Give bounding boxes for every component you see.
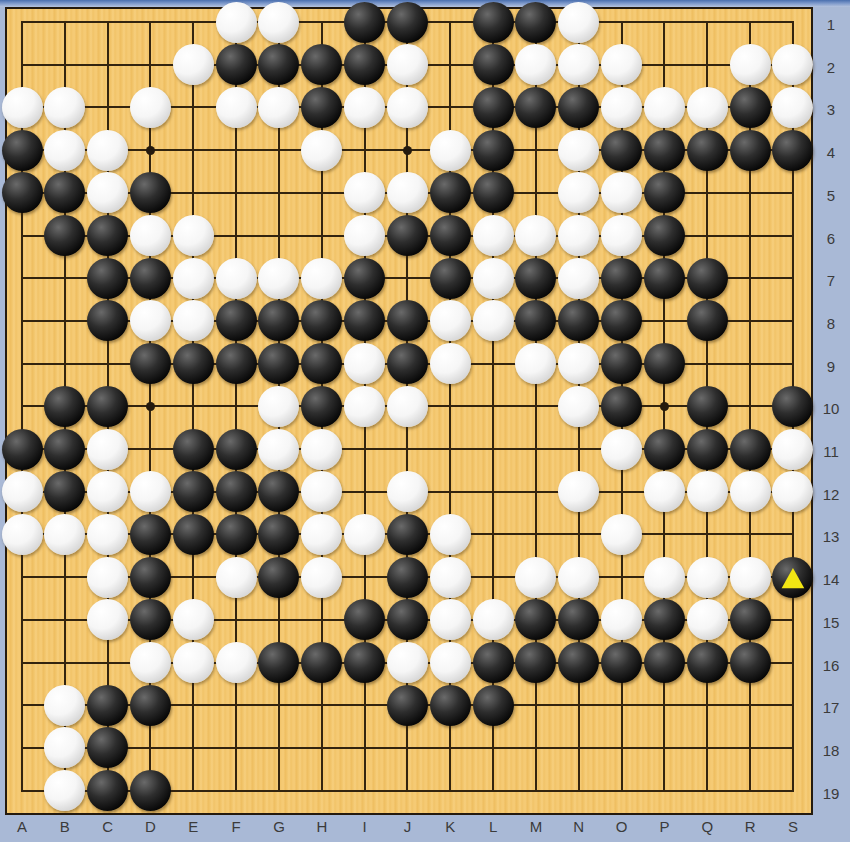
- stone-M14: [515, 557, 556, 598]
- stone-G11: [258, 429, 299, 470]
- stone-D7: [130, 258, 171, 299]
- stone-R4: [730, 130, 771, 171]
- stone-B17: [44, 685, 85, 726]
- stone-D14: [130, 557, 171, 598]
- stone-G1: [258, 2, 299, 43]
- go-app-window: ABCDEFGHIJKLMNOPQRS123456789101112131415…: [0, 0, 850, 842]
- stone-O6: [601, 215, 642, 256]
- stone-C14: [87, 557, 128, 598]
- stone-D19: [130, 770, 171, 811]
- stone-P5: [644, 172, 685, 213]
- stone-E16: [173, 642, 214, 683]
- stone-A3: [2, 87, 43, 128]
- stone-J1: [387, 2, 428, 43]
- stone-Q4: [687, 130, 728, 171]
- row-label-11: 11: [817, 444, 845, 460]
- stone-P12: [644, 471, 685, 512]
- window-top-edge: [0, 0, 850, 7]
- column-label-A: A: [11, 819, 33, 835]
- stone-J3: [387, 87, 428, 128]
- column-label-L: L: [482, 819, 504, 835]
- stone-D17: [130, 685, 171, 726]
- star-point: [146, 402, 155, 411]
- stone-H7: [301, 258, 342, 299]
- stone-R16: [730, 642, 771, 683]
- stone-A4: [2, 130, 43, 171]
- stone-E6: [173, 215, 214, 256]
- stone-R11: [730, 429, 771, 470]
- stone-N4: [558, 130, 599, 171]
- star-point: [660, 402, 669, 411]
- stone-J10: [387, 386, 428, 427]
- column-label-G: G: [268, 819, 290, 835]
- column-label-E: E: [182, 819, 204, 835]
- stone-Q11: [687, 429, 728, 470]
- stone-S10: [772, 386, 813, 427]
- stone-A5: [2, 172, 43, 213]
- stone-Q10: [687, 386, 728, 427]
- column-label-R: R: [739, 819, 761, 835]
- stone-P4: [644, 130, 685, 171]
- stone-H16: [301, 642, 342, 683]
- stone-G10: [258, 386, 299, 427]
- stone-H11: [301, 429, 342, 470]
- stone-E15: [173, 599, 214, 640]
- stone-Q3: [687, 87, 728, 128]
- column-label-J: J: [396, 819, 418, 835]
- row-label-3: 3: [817, 102, 845, 118]
- stone-P3: [644, 87, 685, 128]
- stone-L3: [473, 87, 514, 128]
- stone-O11: [601, 429, 642, 470]
- stone-K16: [430, 642, 471, 683]
- stone-A12: [2, 471, 43, 512]
- stone-E11: [173, 429, 214, 470]
- row-label-4: 4: [817, 145, 845, 161]
- row-label-9: 9: [817, 359, 845, 375]
- stone-F1: [216, 2, 257, 43]
- stone-K17: [430, 685, 471, 726]
- stone-D15: [130, 599, 171, 640]
- stone-O13: [601, 514, 642, 555]
- stone-E12: [173, 471, 214, 512]
- stone-A13: [2, 514, 43, 555]
- stone-K5: [430, 172, 471, 213]
- stone-H14: [301, 557, 342, 598]
- stone-I9: [344, 343, 385, 384]
- stone-J14: [387, 557, 428, 598]
- stone-E7: [173, 258, 214, 299]
- stone-D13: [130, 514, 171, 555]
- stone-I16: [344, 642, 385, 683]
- stone-D12: [130, 471, 171, 512]
- stone-C6: [87, 215, 128, 256]
- stone-P11: [644, 429, 685, 470]
- stone-F11: [216, 429, 257, 470]
- row-label-10: 10: [817, 401, 845, 417]
- row-label-13: 13: [817, 529, 845, 545]
- stone-C4: [87, 130, 128, 171]
- stone-D16: [130, 642, 171, 683]
- stone-Q12: [687, 471, 728, 512]
- stone-P15: [644, 599, 685, 640]
- stone-K15: [430, 599, 471, 640]
- stone-I1: [344, 2, 385, 43]
- stone-Q16: [687, 642, 728, 683]
- stone-O10: [601, 386, 642, 427]
- row-label-17: 17: [817, 700, 845, 716]
- stone-M1: [515, 2, 556, 43]
- stone-K9: [430, 343, 471, 384]
- stone-K8: [430, 300, 471, 341]
- stone-P16: [644, 642, 685, 683]
- column-label-F: F: [225, 819, 247, 835]
- stone-N6: [558, 215, 599, 256]
- stone-F14: [216, 557, 257, 598]
- stone-S11: [772, 429, 813, 470]
- stone-R15: [730, 599, 771, 640]
- stone-M7: [515, 258, 556, 299]
- stone-K13: [430, 514, 471, 555]
- stone-J17: [387, 685, 428, 726]
- stone-P6: [644, 215, 685, 256]
- stone-P7: [644, 258, 685, 299]
- stone-L8: [473, 300, 514, 341]
- column-label-P: P: [653, 819, 675, 835]
- stone-E9: [173, 343, 214, 384]
- stone-S4: [772, 130, 813, 171]
- column-label-S: S: [782, 819, 804, 835]
- column-label-N: N: [568, 819, 590, 835]
- stone-C19: [87, 770, 128, 811]
- stone-J5: [387, 172, 428, 213]
- stone-L5: [473, 172, 514, 213]
- stone-Q7: [687, 258, 728, 299]
- stone-K4: [430, 130, 471, 171]
- row-label-1: 1: [817, 17, 845, 33]
- row-label-8: 8: [817, 316, 845, 332]
- stone-H3: [301, 87, 342, 128]
- column-label-C: C: [97, 819, 119, 835]
- stone-I7: [344, 258, 385, 299]
- stone-C17: [87, 685, 128, 726]
- stone-D3: [130, 87, 171, 128]
- stone-E8: [173, 300, 214, 341]
- stone-R14: [730, 557, 771, 598]
- column-label-K: K: [439, 819, 461, 835]
- stone-N1: [558, 2, 599, 43]
- stone-F3: [216, 87, 257, 128]
- column-label-H: H: [311, 819, 333, 835]
- stone-I13: [344, 514, 385, 555]
- stone-O4: [601, 130, 642, 171]
- stone-B4: [44, 130, 85, 171]
- star-point: [146, 146, 155, 155]
- stone-Q14: [687, 557, 728, 598]
- stone-L16: [473, 642, 514, 683]
- stone-C11: [87, 429, 128, 470]
- stone-J9: [387, 343, 428, 384]
- column-label-I: I: [354, 819, 376, 835]
- stone-O3: [601, 87, 642, 128]
- stone-O7: [601, 258, 642, 299]
- stone-B13: [44, 514, 85, 555]
- stone-D6: [130, 215, 171, 256]
- row-label-6: 6: [817, 231, 845, 247]
- stone-O9: [601, 343, 642, 384]
- row-label-5: 5: [817, 188, 845, 204]
- stone-O16: [601, 642, 642, 683]
- stone-N16: [558, 642, 599, 683]
- stone-R2: [730, 44, 771, 85]
- star-point: [403, 146, 412, 155]
- stone-L6: [473, 215, 514, 256]
- stone-J6: [387, 215, 428, 256]
- stone-I6: [344, 215, 385, 256]
- row-label-14: 14: [817, 572, 845, 588]
- stone-F12: [216, 471, 257, 512]
- stone-E2: [173, 44, 214, 85]
- stone-B3: [44, 87, 85, 128]
- stone-B10: [44, 386, 85, 427]
- stone-J2: [387, 44, 428, 85]
- column-label-M: M: [525, 819, 547, 835]
- stone-O2: [601, 44, 642, 85]
- stone-F9: [216, 343, 257, 384]
- stone-L4: [473, 130, 514, 171]
- row-label-2: 2: [817, 60, 845, 76]
- stone-J12: [387, 471, 428, 512]
- stone-L7: [473, 258, 514, 299]
- stone-P9: [644, 343, 685, 384]
- stone-E13: [173, 514, 214, 555]
- stone-L2: [473, 44, 514, 85]
- stone-L15: [473, 599, 514, 640]
- stone-C7: [87, 258, 128, 299]
- stone-Q8: [687, 300, 728, 341]
- stone-A11: [2, 429, 43, 470]
- stone-L17: [473, 685, 514, 726]
- stone-C13: [87, 514, 128, 555]
- stone-D5: [130, 172, 171, 213]
- stone-L1: [473, 2, 514, 43]
- stone-N14: [558, 557, 599, 598]
- stone-F8: [216, 300, 257, 341]
- stone-I3: [344, 87, 385, 128]
- column-label-Q: Q: [696, 819, 718, 835]
- column-label-D: D: [139, 819, 161, 835]
- stone-F2: [216, 44, 257, 85]
- stone-P14: [644, 557, 685, 598]
- row-label-16: 16: [817, 658, 845, 674]
- stone-I10: [344, 386, 385, 427]
- stone-H4: [301, 130, 342, 171]
- stone-Q15: [687, 599, 728, 640]
- column-label-O: O: [611, 819, 633, 835]
- stone-B11: [44, 429, 85, 470]
- stone-H13: [301, 514, 342, 555]
- stone-K6: [430, 215, 471, 256]
- row-label-18: 18: [817, 743, 845, 759]
- row-label-19: 19: [817, 786, 845, 802]
- stone-F7: [216, 258, 257, 299]
- column-label-B: B: [54, 819, 76, 835]
- stone-F16: [216, 642, 257, 683]
- stone-C10: [87, 386, 128, 427]
- stone-J16: [387, 642, 428, 683]
- stone-K7: [430, 258, 471, 299]
- row-label-7: 7: [817, 273, 845, 289]
- stone-J13: [387, 514, 428, 555]
- stone-H10: [301, 386, 342, 427]
- stone-J15: [387, 599, 428, 640]
- stone-R3: [730, 87, 771, 128]
- grid-line: [21, 747, 794, 749]
- stone-N10: [558, 386, 599, 427]
- stone-R12: [730, 471, 771, 512]
- stone-G14: [258, 557, 299, 598]
- stone-N3: [558, 87, 599, 128]
- row-label-15: 15: [817, 615, 845, 631]
- stone-N7: [558, 258, 599, 299]
- stone-F13: [216, 514, 257, 555]
- stone-D9: [130, 343, 171, 384]
- stone-G7: [258, 258, 299, 299]
- stone-K14: [430, 557, 471, 598]
- row-label-12: 12: [817, 487, 845, 503]
